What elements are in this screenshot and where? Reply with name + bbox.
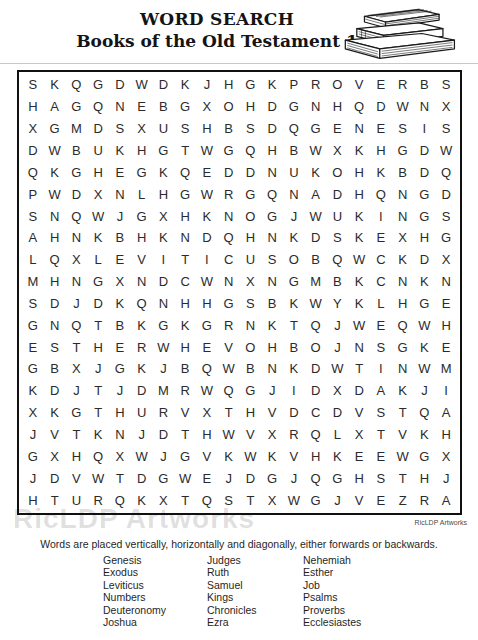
grid-cell-r19c20: J — [435, 467, 457, 489]
grid-cell-r4c20: W — [435, 140, 457, 162]
grid-cell-r8c9: D — [196, 227, 218, 249]
grid-cell-r9c18: K — [392, 249, 414, 271]
grid-cell-r12c5: B — [109, 314, 131, 336]
word-list: GenesisExodusLeviticusNumbersDeuteronomy… — [0, 554, 478, 634]
grid-cell-r19c16: H — [348, 467, 370, 489]
grid-cell-r8c4: K — [87, 227, 109, 249]
word-list-item: Chronicles — [207, 604, 257, 616]
grid-cell-r10c2: H — [44, 271, 66, 293]
grid-cell-r15c11: G — [240, 380, 262, 402]
grid-cell-r13c15: J — [327, 336, 349, 358]
grid-cell-r20c3: U — [66, 489, 88, 511]
grid-cell-r17c13: R — [283, 424, 305, 446]
grid-cell-r15c10: Q — [218, 380, 240, 402]
grid-cell-r5c3: G — [66, 161, 88, 183]
grid-cell-r6c8: G — [174, 183, 196, 205]
grid-cell-r7c10: N — [218, 205, 240, 227]
grid-cell-r5c5: E — [109, 161, 131, 183]
grid-cell-r3c10: B — [218, 118, 240, 140]
grid-cell-r19c18: T — [392, 467, 414, 489]
grid-cell-r14c7: J — [153, 358, 175, 380]
word-list-item: Deuteronomy — [103, 604, 166, 616]
grid-cell-r6c12: Q — [261, 183, 283, 205]
grid-cell-r11c10: G — [218, 293, 240, 315]
grid-cell-r5c9: E — [196, 161, 218, 183]
grid-cell-r13c19: K — [414, 336, 436, 358]
grid-cell-r2c15: H — [327, 96, 349, 118]
word-list-item: Judges — [207, 554, 257, 566]
grid-cell-r10c18: N — [392, 271, 414, 293]
grid-cell-r5c15: O — [327, 161, 349, 183]
grid-cell-r20c12: X — [261, 489, 283, 511]
grid-cell-r16c2: K — [44, 402, 66, 424]
grid-cell-r18c12: K — [261, 445, 283, 467]
grid-cell-r16c3: G — [66, 402, 88, 424]
grid-cell-r3c3: M — [66, 118, 88, 140]
grid-cell-r8c12: N — [261, 227, 283, 249]
grid-cell-r18c11: W — [240, 445, 262, 467]
grid-cell-r10c13: G — [283, 271, 305, 293]
grid-cell-r11c16: K — [348, 293, 370, 315]
grid-cell-r6c11: G — [240, 183, 262, 205]
grid-cell-r1c2: K — [44, 74, 66, 96]
grid-cell-r13c2: S — [44, 336, 66, 358]
word-search-grid: SKQGDWDKJHGKPROVERBSHAGQNEBGXOHDGNHQDWNX… — [17, 70, 462, 515]
grid-cell-r19c10: J — [218, 467, 240, 489]
grid-cell-r3c4: D — [87, 118, 109, 140]
grid-cell-r2c17: D — [370, 96, 392, 118]
grid-cell-r8c7: K — [153, 227, 175, 249]
grid-cell-r20c19: R — [414, 489, 436, 511]
grid-cell-r11c4: D — [87, 293, 109, 315]
grid-cell-r7c7: X — [153, 205, 175, 227]
grid-cell-r4c12: H — [261, 140, 283, 162]
grid-cell-r1c8: K — [174, 74, 196, 96]
grid-cell-r9c5: E — [109, 249, 131, 271]
grid-cell-r10c8: C — [174, 271, 196, 293]
grid-cell-r3c5: S — [109, 118, 131, 140]
grid-cell-r6c17: Q — [370, 183, 392, 205]
grid-cell-r14c1: G — [22, 358, 44, 380]
grid-cell-r10c20: N — [435, 271, 457, 293]
grid-cell-r11c12: B — [261, 293, 283, 315]
grid-cell-r5c13: U — [283, 161, 305, 183]
grid-cell-r7c17: I — [370, 205, 392, 227]
grid-cell-r2c9: X — [196, 96, 218, 118]
grid-cell-r13c18: G — [392, 336, 414, 358]
grid-cell-r17c20: H — [435, 424, 457, 446]
grid-cell-r4c18: G — [392, 140, 414, 162]
grid-cell-r1c17: E — [370, 74, 392, 96]
grid-cell-r1c9: J — [196, 74, 218, 96]
grid-cell-r7c18: N — [392, 205, 414, 227]
grid-cell-r9c1: L — [22, 249, 44, 271]
grid-cell-r1c20: S — [435, 74, 457, 96]
grid-cell-r18c14: H — [305, 445, 327, 467]
grid-cell-r1c18: R — [392, 74, 414, 96]
grid-cell-r6c10: R — [218, 183, 240, 205]
grid-cell-r3c18: S — [392, 118, 414, 140]
grid-cell-r14c14: D — [305, 358, 327, 380]
grid-cell-r13c9: E — [196, 336, 218, 358]
grid-cell-r6c14: A — [305, 183, 327, 205]
grid-cell-r10c12: N — [261, 271, 283, 293]
grid-cell-r15c18: K — [392, 380, 414, 402]
grid-cell-r15c8: R — [174, 380, 196, 402]
word-list-item: Numbers — [103, 591, 166, 603]
grid-cell-r3c14: G — [305, 118, 327, 140]
grid-cell-r15c5: J — [109, 380, 131, 402]
grid-cell-r14c9: Q — [196, 358, 218, 380]
grid-cell-r15c14: D — [305, 380, 327, 402]
grid-cell-r9c8: T — [174, 249, 196, 271]
grid-cell-r13c7: W — [153, 336, 175, 358]
grid-cell-r3c9: H — [196, 118, 218, 140]
grid-cell-r11c7: N — [153, 293, 175, 315]
grid-cell-r9c3: X — [66, 249, 88, 271]
grid-cell-r6c13: N — [283, 183, 305, 205]
grid-cell-r5c6: G — [131, 161, 153, 183]
grid-cell-r1c7: D — [153, 74, 175, 96]
grid-cell-r5c8: Q — [174, 161, 196, 183]
grid-cell-r12c7: G — [153, 314, 175, 336]
grid-cell-r2c18: W — [392, 96, 414, 118]
grid-cell-r4c5: K — [109, 140, 131, 162]
word-list-item: Psalms — [303, 591, 361, 603]
grid-cell-r9c9: I — [196, 249, 218, 271]
grid-cell-r9c19: D — [414, 249, 436, 271]
grid-cell-r10c17: C — [370, 271, 392, 293]
grid-cell-r7c3: Q — [66, 205, 88, 227]
grid-cell-r2c8: G — [174, 96, 196, 118]
grid-cell-r16c12: V — [261, 402, 283, 424]
grid-cell-r12c15: J — [327, 314, 349, 336]
grid-cell-r10c9: W — [196, 271, 218, 293]
grid-cell-r19c19: H — [414, 467, 436, 489]
grid-cell-r18c2: X — [44, 445, 66, 467]
grid-cell-r16c10: T — [218, 402, 240, 424]
grid-cell-r18c6: W — [131, 445, 153, 467]
grid-cell-r14c16: T — [348, 358, 370, 380]
grid-cell-r5c20: Q — [435, 161, 457, 183]
word-list-item: Genesis — [103, 554, 166, 566]
grid-cell-r8c11: H — [240, 227, 262, 249]
grid-cell-r10c3: N — [66, 271, 88, 293]
grid-cell-r2c5: N — [109, 96, 131, 118]
grid-cell-r7c19: G — [414, 205, 436, 227]
grid-cell-r18c5: X — [109, 445, 131, 467]
grid-cell-r14c10: W — [218, 358, 240, 380]
grid-cell-r7c1: S — [22, 205, 44, 227]
grid-cell-r10c10: N — [218, 271, 240, 293]
grid-cell-r16c19: Q — [414, 402, 436, 424]
grid-cell-r18c17: E — [370, 445, 392, 467]
grid-cell-r16c15: D — [327, 402, 349, 424]
grid-cell-r4c9: W — [196, 140, 218, 162]
grid-cell-r9c6: V — [131, 249, 153, 271]
grid-cell-r1c5: D — [109, 74, 131, 96]
grid-cell-r20c2: T — [44, 489, 66, 511]
grid-cell-r16c18: T — [392, 402, 414, 424]
grid-cell-r6c16: H — [348, 183, 370, 205]
grid-cell-r16c16: V — [348, 402, 370, 424]
grid-cell-r8c5: B — [109, 227, 131, 249]
grid-cell-r11c3: J — [66, 293, 88, 315]
grid-cell-r18c16: E — [348, 445, 370, 467]
grid-cell-r7c11: O — [240, 205, 262, 227]
grid-cell-r18c8: G — [174, 445, 196, 467]
grid-cell-r8c6: H — [131, 227, 153, 249]
grid-cell-r9c12: S — [261, 249, 283, 271]
grid-cell-r8c13: K — [283, 227, 305, 249]
grid-cell-r11c5: K — [109, 293, 131, 315]
grid-cell-r5c7: K — [153, 161, 175, 183]
grid-cell-r11c11: S — [240, 293, 262, 315]
grid-cell-r14c12: N — [261, 358, 283, 380]
grid-cell-r3c20: S — [435, 118, 457, 140]
grid-cell-r14c11: B — [240, 358, 262, 380]
watermark-small: RicLDP Artworks — [415, 519, 467, 526]
grid-cell-r17c18: V — [392, 424, 414, 446]
grid-cell-r6c19: G — [414, 183, 436, 205]
grid-cell-r1c16: V — [348, 74, 370, 96]
grid-cell-r11c17: L — [370, 293, 392, 315]
grid-cell-r13c17: S — [370, 336, 392, 358]
grid-cell-r14c4: J — [87, 358, 109, 380]
grid-cell-r12c12: K — [261, 314, 283, 336]
grid-cell-r1c15: O — [327, 74, 349, 96]
grid-cell-r15c7: M — [153, 380, 175, 402]
grid-cell-r10c5: X — [109, 271, 131, 293]
grid-cell-r15c6: D — [131, 380, 153, 402]
grid-cell-r18c20: X — [435, 445, 457, 467]
grid-cell-r17c7: D — [153, 424, 175, 446]
grid-cell-r20c9: Q — [196, 489, 218, 511]
grid-cell-r5c1: Q — [22, 161, 44, 183]
grid-cell-r8c18: X — [392, 227, 414, 249]
grid-cell-r9c15: Q — [327, 249, 349, 271]
grid-cell-r16c6: U — [131, 402, 153, 424]
grid-cell-r17c15: L — [327, 424, 349, 446]
grid-cell-r19c5: T — [109, 467, 131, 489]
grid-cell-r3c19: I — [414, 118, 436, 140]
grid-cell-r3c6: X — [131, 118, 153, 140]
grid-cell-r9c14: B — [305, 249, 327, 271]
grid-cell-r15c1: K — [22, 380, 44, 402]
grid-cell-r18c4: Q — [87, 445, 109, 467]
grid-cell-r2c16: Q — [348, 96, 370, 118]
grid-cell-r6c7: H — [153, 183, 175, 205]
grid-cell-r20c8: T — [174, 489, 196, 511]
grid-cell-r13c11: O — [240, 336, 262, 358]
grid-cell-r4c14: W — [305, 140, 327, 162]
grid-cell-r2c6: E — [131, 96, 153, 118]
grid-cell-r4c15: X — [327, 140, 349, 162]
grid-cell-r16c11: H — [240, 402, 262, 424]
word-list-item: Leviticus — [103, 579, 166, 591]
grid-cell-r11c9: H — [196, 293, 218, 315]
grid-cell-r11c20: E — [435, 293, 457, 315]
grid-cell-r19c15: G — [327, 467, 349, 489]
grid-cell-r7c8: H — [174, 205, 196, 227]
grid-cell-r4c17: H — [370, 140, 392, 162]
grid-cell-r17c14: Q — [305, 424, 327, 446]
word-list-item: Ruth — [207, 566, 257, 578]
grid-cell-r10c15: B — [327, 271, 349, 293]
grid-cell-r2c13: G — [283, 96, 305, 118]
grid-cell-r5c16: H — [348, 161, 370, 183]
grid-cell-r15c12: J — [261, 380, 283, 402]
grid-cell-r14c19: W — [414, 358, 436, 380]
grid-cell-r12c4: T — [87, 314, 109, 336]
grid-cell-r13c16: N — [348, 336, 370, 358]
grid-cell-r7c13: J — [283, 205, 305, 227]
grid-cell-r12c11: N — [240, 314, 262, 336]
grid-cell-r18c13: V — [283, 445, 305, 467]
grid-cell-r17c16: X — [348, 424, 370, 446]
grid-cell-r6c9: W — [196, 183, 218, 205]
grid-cell-r11c13: K — [283, 293, 305, 315]
grid-cell-r17c1: J — [22, 424, 44, 446]
grid-cell-r17c3: T — [66, 424, 88, 446]
grid-cell-r20c4: R — [87, 489, 109, 511]
grid-cell-r5c11: D — [240, 161, 262, 183]
grid-cell-r3c8: S — [174, 118, 196, 140]
grid-cell-r11c6: Q — [131, 293, 153, 315]
grid-cell-r15c2: D — [44, 380, 66, 402]
grid-cell-r10c6: N — [131, 271, 153, 293]
instructions-text: Words are placed vertically, horizontall… — [0, 538, 478, 550]
grid-cell-r5c18: B — [392, 161, 414, 183]
grid-cell-r6c6: L — [131, 183, 153, 205]
grid-cell-r14c18: N — [392, 358, 414, 380]
grid-cell-r15c16: D — [348, 380, 370, 402]
word-list-item: Joshua — [103, 616, 166, 628]
grid-cell-r1c12: K — [261, 74, 283, 96]
grid-cell-r5c17: K — [370, 161, 392, 183]
grid-cell-r20c17: E — [370, 489, 392, 511]
word-list-item: Nehemiah — [303, 554, 361, 566]
grid-cell-r19c9: E — [196, 467, 218, 489]
grid-cell-r20c13: W — [283, 489, 305, 511]
grid-cell-r8c1: A — [22, 227, 44, 249]
grid-cell-r17c12: X — [261, 424, 283, 446]
grid-cell-r12c20: H — [435, 314, 457, 336]
grid-cell-r19c3: V — [66, 467, 88, 489]
grid-cell-r5c19: D — [414, 161, 436, 183]
grid-cell-r11c2: D — [44, 293, 66, 315]
grid-cell-r1c13: P — [283, 74, 305, 96]
grid-cell-r2c12: D — [261, 96, 283, 118]
grid-cell-r3c2: G — [44, 118, 66, 140]
grid-cell-r13c4: H — [87, 336, 109, 358]
grid-cell-r20c6: K — [131, 489, 153, 511]
grid-cell-r8c10: Q — [218, 227, 240, 249]
grid-cell-r9c20: X — [435, 249, 457, 271]
grid-cell-r6c1: P — [22, 183, 44, 205]
grid-cell-r11c1: S — [22, 293, 44, 315]
grid-cell-r8c14: D — [305, 227, 327, 249]
word-list-item: Esther — [303, 566, 361, 578]
grid-cell-r13c14: O — [305, 336, 327, 358]
grid-cell-r20c20: A — [435, 489, 457, 511]
grid-cell-r14c8: B — [174, 358, 196, 380]
grid-cell-r16c9: X — [196, 402, 218, 424]
grid-cell-r8c15: S — [327, 227, 349, 249]
grid-cell-r19c13: J — [283, 467, 305, 489]
grid-cell-r5c10: D — [218, 161, 240, 183]
grid-cell-r2c10: O — [218, 96, 240, 118]
grid-cell-r13c12: H — [261, 336, 283, 358]
grid-cell-r19c17: S — [370, 467, 392, 489]
grid-cell-r7c20: S — [435, 205, 457, 227]
grid-cell-r9c13: O — [283, 249, 305, 271]
grid-cell-r11c14: W — [305, 293, 327, 315]
grid-cell-r19c2: D — [44, 467, 66, 489]
grid-cell-r20c18: Z — [392, 489, 414, 511]
grid-cell-r19c4: W — [87, 467, 109, 489]
grid-cell-r13c3: T — [66, 336, 88, 358]
grid-cell-r20c5: Q — [109, 489, 131, 511]
grid-cell-r17c2: V — [44, 424, 66, 446]
grid-cell-r4c7: G — [153, 140, 175, 162]
grid-cell-r20c1: H — [22, 489, 44, 511]
grid-cell-r4c13: B — [283, 140, 305, 162]
grid-cell-r15c19: J — [414, 380, 436, 402]
grid-cell-r9c16: W — [348, 249, 370, 271]
grid-cell-r15c13: I — [283, 380, 305, 402]
grid-cell-r2c3: G — [66, 96, 88, 118]
grid-cell-r14c3: X — [66, 358, 88, 380]
grid-cell-r3c7: U — [153, 118, 175, 140]
grid-cell-r7c16: K — [348, 205, 370, 227]
grid-cell-r13c1: E — [22, 336, 44, 358]
grid-cell-r12c6: K — [131, 314, 153, 336]
grid-cell-r4c10: G — [218, 140, 240, 162]
grid-cell-r11c15: Y — [327, 293, 349, 315]
grid-cell-r4c2: W — [44, 140, 66, 162]
grid-cell-r17c19: K — [414, 424, 436, 446]
grid-cell-r13c8: H — [174, 336, 196, 358]
grid-cell-r1c6: W — [131, 74, 153, 96]
grid-cell-r10c14: M — [305, 271, 327, 293]
grid-cell-r6c15: D — [327, 183, 349, 205]
grid-cell-r2c2: A — [44, 96, 66, 118]
grid-cell-r15c9: W — [196, 380, 218, 402]
grid-cell-r17c10: W — [218, 424, 240, 446]
grid-cell-r12c3: Q — [66, 314, 88, 336]
grid-cell-r12c1: G — [22, 314, 44, 336]
grid-cell-r20c14: G — [305, 489, 327, 511]
grid-cell-r8c19: H — [414, 227, 436, 249]
grid-cell-r8c17: E — [370, 227, 392, 249]
grid-cell-r5c14: K — [305, 161, 327, 183]
grid-cell-r6c4: X — [87, 183, 109, 205]
word-list-item: Kings — [207, 591, 257, 603]
grid-cell-r19c8: W — [174, 467, 196, 489]
grid-cell-r7c15: U — [327, 205, 349, 227]
grid-cell-r14c17: I — [370, 358, 392, 380]
grid-cell-r6c3: D — [66, 183, 88, 205]
grid-cell-r12c13: T — [283, 314, 305, 336]
grid-cell-r3c16: N — [348, 118, 370, 140]
grid-cell-r7c12: G — [261, 205, 283, 227]
grid-cell-r8c20: G — [435, 227, 457, 249]
word-list-item: Ezra — [207, 616, 257, 628]
grid-cell-r4c1: D — [22, 140, 44, 162]
grid-cell-r9c17: C — [370, 249, 392, 271]
grid-cell-r16c8: V — [174, 402, 196, 424]
